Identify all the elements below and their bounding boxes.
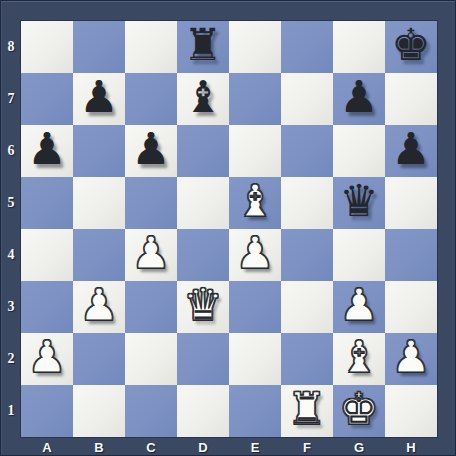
rank-label: 1 [1,385,21,437]
square-h3[interactable] [385,281,437,333]
square-h6[interactable]: ♟ [385,125,437,177]
square-c4[interactable]: ♟ [125,229,177,281]
square-b1[interactable] [73,385,125,437]
square-c3[interactable] [125,281,177,333]
rank-label: 3 [1,281,21,333]
square-b4[interactable] [73,229,125,281]
piece-white-rook: ♜ [287,387,326,431]
square-d3[interactable]: ♛ [177,281,229,333]
piece-white-bishop: ♝ [339,335,378,379]
piece-white-pawn: ♟ [27,335,66,379]
rank-labels: 87654321 [1,21,21,437]
square-b3[interactable]: ♟ [73,281,125,333]
piece-white-pawn: ♟ [79,283,118,327]
square-c8[interactable] [125,21,177,73]
square-g6[interactable] [333,125,385,177]
square-c6[interactable]: ♟ [125,125,177,177]
rank-label: 8 [1,21,21,73]
square-c7[interactable] [125,73,177,125]
square-d4[interactable] [177,229,229,281]
square-e8[interactable] [229,21,281,73]
square-c1[interactable] [125,385,177,437]
piece-black-pawn: ♟ [79,75,118,119]
square-e7[interactable] [229,73,281,125]
piece-black-queen: ♛ [339,179,378,223]
square-a1[interactable] [21,385,73,437]
square-h1[interactable] [385,385,437,437]
piece-black-pawn: ♟ [131,127,170,171]
rank-label: 5 [1,177,21,229]
square-d7[interactable]: ♝ [177,73,229,125]
square-e1[interactable] [229,385,281,437]
square-e3[interactable] [229,281,281,333]
piece-white-pawn: ♟ [391,335,430,379]
square-a8[interactable] [21,21,73,73]
square-a2[interactable]: ♟ [21,333,73,385]
square-d5[interactable] [177,177,229,229]
file-label: D [177,437,229,456]
file-label: A [21,437,73,456]
square-a5[interactable] [21,177,73,229]
square-d8[interactable]: ♜ [177,21,229,73]
square-d6[interactable] [177,125,229,177]
file-label: B [73,437,125,456]
square-e4[interactable]: ♟ [229,229,281,281]
square-h2[interactable]: ♟ [385,333,437,385]
square-g1[interactable]: ♚ [333,385,385,437]
square-f6[interactable] [281,125,333,177]
square-f3[interactable] [281,281,333,333]
file-label: F [281,437,333,456]
file-labels: ABCDEFGH [21,437,437,456]
piece-white-pawn: ♟ [131,231,170,275]
piece-black-pawn: ♟ [27,127,66,171]
square-f7[interactable] [281,73,333,125]
rank-label: 2 [1,333,21,385]
square-f5[interactable] [281,177,333,229]
rank-label: 6 [1,125,21,177]
square-b2[interactable] [73,333,125,385]
file-label: C [125,437,177,456]
square-b7[interactable]: ♟ [73,73,125,125]
square-h4[interactable] [385,229,437,281]
square-h8[interactable]: ♚ [385,21,437,73]
square-a7[interactable] [21,73,73,125]
square-g2[interactable]: ♝ [333,333,385,385]
square-a4[interactable] [21,229,73,281]
square-c5[interactable] [125,177,177,229]
file-label: E [229,437,281,456]
piece-white-pawn: ♟ [339,283,378,327]
piece-white-bishop: ♝ [235,179,274,223]
square-a6[interactable]: ♟ [21,125,73,177]
piece-black-bishop: ♝ [183,75,222,119]
rank-label: 7 [1,73,21,125]
square-d2[interactable] [177,333,229,385]
piece-black-pawn: ♟ [339,75,378,119]
file-label: H [385,437,437,456]
piece-white-pawn: ♟ [235,231,274,275]
square-e6[interactable] [229,125,281,177]
square-g8[interactable] [333,21,385,73]
square-g3[interactable]: ♟ [333,281,385,333]
square-g5[interactable]: ♛ [333,177,385,229]
piece-black-pawn: ♟ [391,127,430,171]
piece-white-queen: ♛ [183,283,222,327]
square-d1[interactable] [177,385,229,437]
file-label: G [333,437,385,456]
square-a3[interactable] [21,281,73,333]
square-h5[interactable] [385,177,437,229]
chess-board-frame: 87654321 ♜♚♟♝♟♟♟♟♝♛♟♟♟♛♟♟♝♟♜♚ ABCDEFGH [0,0,456,456]
square-g7[interactable]: ♟ [333,73,385,125]
square-f2[interactable] [281,333,333,385]
square-g4[interactable] [333,229,385,281]
square-c2[interactable] [125,333,177,385]
square-f4[interactable] [281,229,333,281]
piece-black-rook: ♜ [183,23,222,67]
square-h7[interactable] [385,73,437,125]
square-b8[interactable] [73,21,125,73]
square-b5[interactable] [73,177,125,229]
square-f8[interactable] [281,21,333,73]
square-e2[interactable] [229,333,281,385]
piece-white-king: ♚ [339,387,378,431]
chess-board: ♜♚♟♝♟♟♟♟♝♛♟♟♟♛♟♟♝♟♜♚ [21,21,437,437]
square-e5[interactable]: ♝ [229,177,281,229]
square-f1[interactable]: ♜ [281,385,333,437]
square-b6[interactable] [73,125,125,177]
rank-label: 4 [1,229,21,281]
piece-black-king: ♚ [391,23,430,67]
